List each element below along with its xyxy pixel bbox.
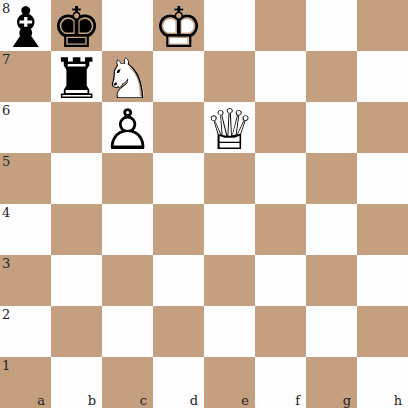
square-b5[interactable]	[51, 153, 102, 204]
rank-label-5: 5	[2, 155, 10, 168]
square-b1[interactable]: b	[51, 357, 102, 408]
square-e4[interactable]	[204, 204, 255, 255]
square-a6[interactable]: 6	[0, 102, 51, 153]
square-h8[interactable]	[357, 0, 408, 51]
file-label-f: f	[295, 394, 300, 407]
square-c3[interactable]	[102, 255, 153, 306]
square-a1[interactable]: 1a	[0, 357, 51, 408]
square-d6[interactable]	[153, 102, 204, 153]
square-f1[interactable]: f	[255, 357, 306, 408]
square-b3[interactable]	[51, 255, 102, 306]
square-b2[interactable]	[51, 306, 102, 357]
square-g3[interactable]	[306, 255, 357, 306]
piece-black-rook[interactable]: ♜	[51, 51, 102, 102]
chess-board: 8♝♚♚♔7♜♞♘6♟♙♛♕54321abcdefgh	[0, 0, 408, 408]
square-f2[interactable]	[255, 306, 306, 357]
square-g4[interactable]	[306, 204, 357, 255]
square-f7[interactable]	[255, 51, 306, 102]
file-label-b: b	[88, 394, 96, 407]
square-e3[interactable]	[204, 255, 255, 306]
square-a8[interactable]: 8♝	[0, 0, 51, 51]
square-f4[interactable]	[255, 204, 306, 255]
square-g8[interactable]	[306, 0, 357, 51]
square-d8[interactable]: ♚♔	[153, 0, 204, 51]
square-a3[interactable]: 3	[0, 255, 51, 306]
square-a5[interactable]: 5	[0, 153, 51, 204]
rank-label-6: 6	[2, 104, 10, 117]
square-g1[interactable]: g	[306, 357, 357, 408]
square-h1[interactable]: h	[357, 357, 408, 408]
piece-white-pawn[interactable]: ♟♙	[102, 102, 153, 153]
square-c4[interactable]	[102, 204, 153, 255]
square-d2[interactable]	[153, 306, 204, 357]
file-label-g: g	[343, 394, 351, 407]
pawn-glyph-outline: ♙	[102, 102, 152, 158]
square-c7[interactable]: ♞♘	[102, 51, 153, 102]
square-e2[interactable]	[204, 306, 255, 357]
square-f3[interactable]	[255, 255, 306, 306]
square-h5[interactable]	[357, 153, 408, 204]
square-h2[interactable]	[357, 306, 408, 357]
file-label-h: h	[394, 394, 402, 407]
square-h7[interactable]	[357, 51, 408, 102]
square-g2[interactable]	[306, 306, 357, 357]
piece-white-knight[interactable]: ♞♘	[102, 51, 153, 102]
square-d3[interactable]	[153, 255, 204, 306]
rank-label-4: 4	[2, 206, 10, 219]
queen-glyph-outline: ♕	[204, 102, 254, 158]
square-b4[interactable]	[51, 204, 102, 255]
square-b8[interactable]: ♚	[51, 0, 102, 51]
rank-label-1: 1	[2, 359, 10, 372]
square-h6[interactable]	[357, 102, 408, 153]
piece-white-queen[interactable]: ♛♕	[204, 102, 255, 153]
square-d4[interactable]	[153, 204, 204, 255]
piece-white-king[interactable]: ♚♔	[153, 0, 204, 51]
square-a4[interactable]: 4	[0, 204, 51, 255]
square-c8[interactable]	[102, 0, 153, 51]
square-c6[interactable]: ♟♙	[102, 102, 153, 153]
piece-black-king[interactable]: ♚	[51, 0, 102, 51]
square-c5[interactable]	[102, 153, 153, 204]
file-label-e: e	[241, 394, 249, 407]
file-label-c: c	[140, 394, 147, 407]
square-b6[interactable]	[51, 102, 102, 153]
square-g6[interactable]	[306, 102, 357, 153]
square-f6[interactable]	[255, 102, 306, 153]
file-label-a: a	[37, 394, 45, 407]
square-e7[interactable]	[204, 51, 255, 102]
square-h3[interactable]	[357, 255, 408, 306]
piece-black-bishop[interactable]: ♝	[0, 0, 51, 51]
square-a2[interactable]: 2	[0, 306, 51, 357]
square-f5[interactable]	[255, 153, 306, 204]
square-h4[interactable]	[357, 204, 408, 255]
square-d7[interactable]	[153, 51, 204, 102]
rank-label-2: 2	[2, 308, 10, 321]
square-c2[interactable]	[102, 306, 153, 357]
square-d5[interactable]	[153, 153, 204, 204]
rank-label-3: 3	[2, 257, 10, 270]
square-e1[interactable]: e	[204, 357, 255, 408]
rank-label-7: 7	[2, 53, 10, 66]
square-g5[interactable]	[306, 153, 357, 204]
square-f8[interactable]	[255, 0, 306, 51]
square-d1[interactable]: d	[153, 357, 204, 408]
file-label-d: d	[190, 394, 198, 407]
square-a7[interactable]: 7	[0, 51, 51, 102]
square-c1[interactable]: c	[102, 357, 153, 408]
square-b7[interactable]: ♜	[51, 51, 102, 102]
square-g7[interactable]	[306, 51, 357, 102]
king-glyph-outline: ♔	[153, 0, 203, 56]
square-e6[interactable]: ♛♕	[204, 102, 255, 153]
square-e8[interactable]	[204, 0, 255, 51]
square-e5[interactable]	[204, 153, 255, 204]
